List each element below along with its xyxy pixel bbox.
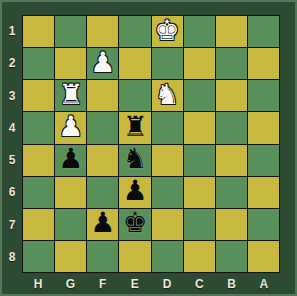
white-knight[interactable]: ♞ <box>155 81 180 109</box>
file-label-g: G <box>54 274 86 293</box>
square-h1[interactable] <box>23 16 54 47</box>
square-f1[interactable] <box>87 16 118 47</box>
black-knight[interactable]: ♞ <box>122 145 147 173</box>
square-b6[interactable] <box>216 177 247 208</box>
square-g7[interactable] <box>55 209 86 240</box>
square-f2[interactable]: ♟ <box>87 48 118 79</box>
square-b8[interactable] <box>216 241 247 272</box>
square-e3[interactable] <box>119 80 150 111</box>
square-f7[interactable]: ♟ <box>87 209 118 240</box>
file-label-e: E <box>119 274 151 293</box>
black-rook[interactable]: ♜ <box>122 113 147 141</box>
white-king[interactable]: ♚ <box>155 17 180 45</box>
square-e1[interactable] <box>119 16 150 47</box>
square-a5[interactable] <box>248 145 279 176</box>
square-d8[interactable] <box>152 241 183 272</box>
chess-board: ♚♟♜♞♟♜♟♞♟♟♚ <box>22 15 280 273</box>
square-g2[interactable] <box>55 48 86 79</box>
square-c7[interactable] <box>184 209 215 240</box>
square-e8[interactable] <box>119 241 150 272</box>
square-g4[interactable]: ♟ <box>55 112 86 143</box>
square-h2[interactable] <box>23 48 54 79</box>
square-h3[interactable] <box>23 80 54 111</box>
square-h8[interactable] <box>23 241 54 272</box>
white-rook[interactable]: ♜ <box>58 81 83 109</box>
board-frame: 12345678 ♚♟♜♞♟♜♟♞♟♟♚ HGFEDCBA <box>0 0 297 296</box>
square-f8[interactable] <box>87 241 118 272</box>
square-c3[interactable] <box>184 80 215 111</box>
black-pawn[interactable]: ♟ <box>122 177 147 205</box>
white-pawn[interactable]: ♟ <box>58 113 83 141</box>
square-g6[interactable] <box>55 177 86 208</box>
square-e5[interactable]: ♞ <box>119 145 150 176</box>
square-b3[interactable] <box>216 80 247 111</box>
square-d3[interactable]: ♞ <box>152 80 183 111</box>
black-king[interactable]: ♚ <box>122 209 147 237</box>
square-e7[interactable]: ♚ <box>119 209 150 240</box>
square-c2[interactable] <box>184 48 215 79</box>
square-b1[interactable] <box>216 16 247 47</box>
file-label-d: D <box>151 274 183 293</box>
square-d1[interactable]: ♚ <box>152 16 183 47</box>
square-h5[interactable] <box>23 145 54 176</box>
rank-label-4: 4 <box>2 112 22 144</box>
square-a2[interactable] <box>248 48 279 79</box>
file-labels: HGFEDCBA <box>22 274 280 293</box>
square-h6[interactable] <box>23 177 54 208</box>
square-e2[interactable] <box>119 48 150 79</box>
rank-label-7: 7 <box>2 209 22 241</box>
square-c4[interactable] <box>184 112 215 143</box>
file-label-f: F <box>87 274 119 293</box>
square-a7[interactable] <box>248 209 279 240</box>
rank-label-3: 3 <box>2 80 22 112</box>
square-e6[interactable]: ♟ <box>119 177 150 208</box>
square-b4[interactable] <box>216 112 247 143</box>
square-c1[interactable] <box>184 16 215 47</box>
rank-label-1: 1 <box>2 15 22 47</box>
square-a3[interactable] <box>248 80 279 111</box>
square-a4[interactable] <box>248 112 279 143</box>
square-b7[interactable] <box>216 209 247 240</box>
square-d6[interactable] <box>152 177 183 208</box>
black-pawn[interactable]: ♟ <box>58 145 83 173</box>
square-c6[interactable] <box>184 177 215 208</box>
square-a8[interactable] <box>248 241 279 272</box>
square-d7[interactable] <box>152 209 183 240</box>
rank-labels: 12345678 <box>2 15 22 273</box>
square-f3[interactable] <box>87 80 118 111</box>
square-e4[interactable]: ♜ <box>119 112 150 143</box>
square-a6[interactable] <box>248 177 279 208</box>
file-label-b: B <box>216 274 248 293</box>
square-g8[interactable] <box>55 241 86 272</box>
square-c5[interactable] <box>184 145 215 176</box>
square-h4[interactable] <box>23 112 54 143</box>
white-pawn[interactable]: ♟ <box>90 49 115 77</box>
square-d5[interactable] <box>152 145 183 176</box>
square-g5[interactable]: ♟ <box>55 145 86 176</box>
square-c8[interactable] <box>184 241 215 272</box>
square-b5[interactable] <box>216 145 247 176</box>
rank-label-2: 2 <box>2 47 22 79</box>
rank-label-6: 6 <box>2 176 22 208</box>
square-g3[interactable]: ♜ <box>55 80 86 111</box>
square-f4[interactable] <box>87 112 118 143</box>
file-label-a: A <box>248 274 280 293</box>
square-f6[interactable] <box>87 177 118 208</box>
rank-label-5: 5 <box>2 144 22 176</box>
square-a1[interactable] <box>248 16 279 47</box>
file-label-h: H <box>22 274 54 293</box>
square-h7[interactable] <box>23 209 54 240</box>
black-pawn[interactable]: ♟ <box>90 209 115 237</box>
rank-label-8: 8 <box>2 241 22 273</box>
square-d2[interactable] <box>152 48 183 79</box>
file-label-c: C <box>183 274 215 293</box>
square-d4[interactable] <box>152 112 183 143</box>
square-b2[interactable] <box>216 48 247 79</box>
square-f5[interactable] <box>87 145 118 176</box>
square-g1[interactable] <box>55 16 86 47</box>
